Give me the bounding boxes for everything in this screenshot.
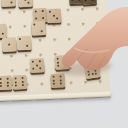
- tile-t3a-pips-6[interactable]: [69, 0, 83, 3]
- tile-t5-pips-3[interactable]: [47, 8, 61, 22]
- pip-grid: [83, 0, 94, 3]
- pip-grid: [0, 25, 5, 36]
- pip: [32, 60, 34, 62]
- pip-grid: [71, 0, 82, 2]
- pip: [94, 66, 96, 68]
- pip: [39, 60, 41, 62]
- pip: [0, 82, 2, 84]
- pip: [64, 64, 66, 66]
- tile-t8-pips-1[interactable]: [1, 37, 15, 51]
- pip: [79, 0, 81, 1]
- pip: [52, 76, 54, 78]
- tile-t4-pips-4[interactable]: [32, 8, 46, 22]
- pip-grid: [19, 0, 30, 5]
- pip: [94, 69, 96, 71]
- pip-grid: [48, 10, 59, 21]
- pip: [15, 85, 17, 87]
- tile-t7-pips-2[interactable]: [0, 24, 6, 38]
- pip: [32, 67, 34, 69]
- pip: [0, 85, 2, 87]
- pip: [72, 0, 74, 1]
- pip: [60, 83, 62, 85]
- tile-t10-pips-5[interactable]: [29, 58, 43, 72]
- pip: [53, 14, 55, 16]
- pip-grid: [86, 65, 98, 77]
- pip: [2, 33, 4, 35]
- pip: [22, 77, 24, 79]
- pip: [92, 0, 94, 1]
- pip-grid: [14, 76, 25, 87]
- pip: [35, 18, 37, 20]
- tile-t6-pips-2[interactable]: [31, 21, 45, 35]
- pip: [7, 78, 9, 80]
- pip: [64, 61, 66, 63]
- tile-t13-pips-6[interactable]: [12, 75, 26, 89]
- pip: [39, 67, 41, 69]
- pip: [11, 2, 13, 4]
- pip-grid: [56, 57, 67, 68]
- tile-t1-pips-2[interactable]: [1, 0, 15, 6]
- pip: [57, 65, 59, 67]
- pip-grid: [31, 59, 42, 70]
- pip: [19, 38, 21, 40]
- pip: [7, 85, 9, 87]
- pip-grid: [3, 0, 14, 5]
- pip-grid: [3, 38, 14, 49]
- pip-grid: [51, 75, 62, 86]
- pip: [91, 73, 93, 75]
- pip-grid: [0, 77, 10, 88]
- pip-grid: [18, 37, 29, 48]
- pip: [15, 81, 17, 83]
- pip-grid: [33, 22, 44, 33]
- pip: [56, 18, 58, 20]
- tile-t12-pips-6[interactable]: [0, 76, 12, 90]
- pip-grid: [34, 10, 45, 21]
- pip: [42, 17, 44, 19]
- pip: [87, 67, 89, 69]
- pip: [35, 64, 37, 66]
- pip: [34, 23, 36, 25]
- pip: [53, 83, 55, 85]
- pip: [41, 30, 43, 32]
- pip: [52, 80, 54, 82]
- pip: [56, 58, 58, 60]
- pip: [95, 73, 97, 75]
- pip: [24, 0, 26, 1]
- pip: [88, 74, 90, 76]
- pip: [7, 43, 9, 45]
- tile-t9-pips-2[interactable]: [17, 35, 31, 49]
- pegboard: [0, 0, 110, 97]
- pip: [59, 79, 61, 81]
- tile-t15-pips-8[interactable]: [85, 63, 100, 78]
- pip: [22, 84, 24, 86]
- tile-t11-pips-6[interactable]: [54, 55, 68, 69]
- tile-t2-pips-3[interactable]: [17, 0, 31, 7]
- pip: [7, 81, 9, 83]
- pip: [0, 78, 2, 80]
- pip: [15, 78, 17, 80]
- tile-t14-pips-6[interactable]: [50, 73, 64, 87]
- pip: [22, 81, 24, 83]
- pip: [59, 76, 61, 78]
- pip: [63, 57, 65, 59]
- pip: [27, 2, 29, 4]
- pip: [26, 45, 28, 47]
- photo-stage: [0, 0, 128, 128]
- pip: [57, 61, 59, 63]
- pip: [88, 70, 90, 72]
- pip: [85, 0, 87, 2]
